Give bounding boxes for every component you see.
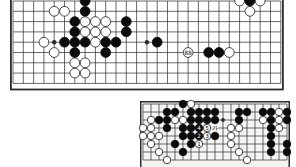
black-stone — [187, 124, 195, 132]
black-stone — [283, 140, 291, 148]
white-stone — [80, 17, 90, 27]
move-number-4: 4 — [197, 125, 201, 131]
black-stone — [267, 116, 275, 124]
white-stone — [80, 68, 90, 78]
black-stone — [195, 116, 203, 124]
black-stone — [187, 132, 195, 140]
black-stone — [267, 148, 275, 156]
white-stone — [49, 48, 59, 58]
white-stone — [245, 6, 255, 16]
white-stone — [235, 124, 243, 132]
white-stone — [147, 140, 155, 148]
black-stone — [70, 48, 80, 58]
black-stone — [155, 116, 163, 124]
page: { "game": "go", "description": "Newspape… — [0, 0, 296, 167]
black-stone — [179, 148, 187, 156]
black-stone — [203, 116, 211, 124]
white-stone — [259, 116, 267, 124]
inset-board-diagram: 12345가 — [140, 101, 290, 167]
white-stone — [243, 156, 251, 164]
black-stone — [163, 116, 171, 124]
white-stone — [275, 116, 283, 124]
white-stone — [155, 148, 163, 156]
white-stone — [227, 132, 235, 140]
black-stone — [235, 116, 243, 124]
white-stone — [139, 124, 147, 132]
black-stone — [152, 37, 162, 47]
move-number-1: 1 — [197, 141, 201, 147]
white-stone — [155, 132, 163, 140]
black-stone — [211, 132, 219, 140]
white-stone — [147, 124, 155, 132]
move-number-88: 88 — [184, 49, 192, 56]
board-svg: 12345가 — [140, 101, 290, 167]
black-stone — [203, 108, 211, 116]
white-stone — [224, 48, 234, 58]
white-stone — [171, 116, 179, 124]
black-stone — [171, 140, 179, 148]
white-stone — [147, 132, 155, 140]
black-stone — [235, 108, 243, 116]
black-stone — [111, 37, 121, 47]
white-stone — [275, 124, 283, 132]
white-stone — [80, 58, 90, 68]
black-stone — [179, 100, 187, 108]
star-point — [145, 40, 149, 44]
black-stone — [283, 116, 291, 124]
black-stone — [195, 108, 203, 116]
black-stone — [267, 124, 275, 132]
black-stone — [214, 48, 224, 58]
black-stone — [179, 132, 187, 140]
black-stone — [121, 27, 131, 37]
white-stone — [39, 37, 49, 47]
black-stone — [211, 108, 219, 116]
black-stone — [121, 17, 131, 27]
white-stone — [255, 0, 265, 6]
black-stone — [179, 124, 187, 132]
black-stone — [70, 17, 80, 27]
white-stone — [187, 100, 195, 108]
white-stone — [91, 27, 101, 37]
black-stone — [163, 108, 171, 116]
black-stone — [80, 37, 90, 47]
black-stone — [267, 132, 275, 140]
white-stone — [49, 6, 59, 16]
black-stone — [60, 37, 70, 47]
black-stone — [267, 140, 275, 148]
white-stone — [235, 148, 243, 156]
white-stone — [227, 124, 235, 132]
black-stone — [163, 124, 171, 132]
white-stone — [101, 27, 111, 37]
black-stone — [187, 116, 195, 124]
white-stone — [147, 116, 155, 124]
white-stone — [60, 6, 70, 16]
white-stone — [70, 68, 80, 78]
white-stone — [275, 108, 283, 116]
black-stone — [187, 140, 195, 148]
white-stone — [235, 0, 245, 6]
black-stone — [187, 108, 195, 116]
move-number-3: 3 — [205, 133, 209, 139]
white-stone — [139, 132, 147, 140]
black-stone — [101, 37, 111, 47]
white-stone — [91, 17, 101, 27]
black-stone — [267, 108, 275, 116]
black-stone — [243, 108, 251, 116]
move-number-5: 5 — [205, 125, 209, 131]
move-number-2: 2 — [197, 133, 201, 139]
black-stone — [204, 48, 214, 58]
black-stone — [70, 27, 80, 37]
black-stone — [211, 116, 219, 124]
black-stone — [171, 108, 179, 116]
black-stone — [80, 0, 90, 6]
white-stone — [101, 17, 111, 27]
black-stone — [283, 108, 291, 116]
star-point — [221, 118, 225, 122]
black-stone — [259, 108, 267, 116]
board-svg: 88 — [10, 0, 284, 90]
white-stone — [80, 27, 90, 37]
main-board-diagram: 88 — [10, 0, 284, 90]
black-stone — [101, 48, 111, 58]
black-stone — [70, 37, 80, 47]
black-stone — [283, 148, 291, 156]
black-stone — [245, 0, 255, 6]
star-point — [52, 40, 56, 44]
black-stone — [80, 6, 90, 16]
white-stone — [91, 37, 101, 47]
white-stone — [163, 156, 171, 164]
white-stone — [179, 116, 187, 124]
white-stone — [227, 140, 235, 148]
white-stone — [70, 58, 80, 68]
point-label: 가 — [212, 124, 218, 131]
